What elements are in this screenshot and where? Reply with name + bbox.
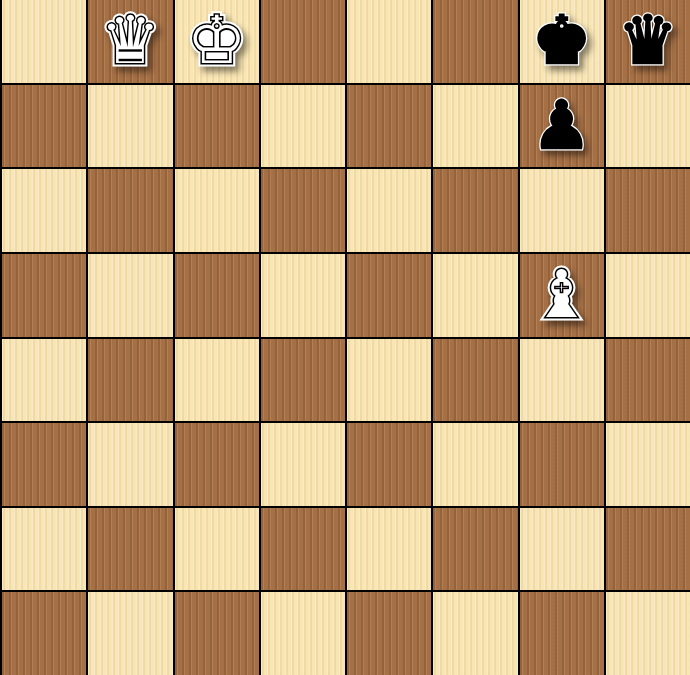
king-glyph: ♚ [520, 0, 604, 83]
square-a4[interactable] [2, 339, 86, 422]
square-g8[interactable]: ♚♚♚ [520, 0, 604, 83]
square-h7[interactable] [606, 85, 690, 168]
black-pawn[interactable]: ♟♟♟ [520, 85, 604, 168]
queen-glyph: ♛ [606, 0, 690, 83]
white-king[interactable]: ♚♚♚ [175, 0, 259, 83]
square-d3[interactable] [261, 423, 345, 506]
pawn-glyph: ♟ [520, 85, 604, 168]
queen-glyph: ♛ [606, 0, 690, 83]
square-e2[interactable] [347, 508, 431, 591]
square-a6[interactable] [2, 169, 86, 252]
black-king[interactable]: ♚♚♚ [520, 0, 604, 83]
king-glyph: ♚ [175, 0, 259, 83]
square-e6[interactable] [347, 169, 431, 252]
square-c2[interactable] [175, 508, 259, 591]
queen-glyph: ♛ [88, 0, 172, 83]
square-b4[interactable] [88, 339, 172, 422]
bishop-glyph: ♝ [520, 254, 604, 337]
square-d7[interactable] [261, 85, 345, 168]
square-f2[interactable] [433, 508, 517, 591]
square-c1[interactable] [175, 592, 259, 675]
white-queen[interactable]: ♛♛♛ [88, 0, 172, 83]
square-f1[interactable] [433, 592, 517, 675]
square-g2[interactable] [520, 508, 604, 591]
king-glyph: ♚ [175, 0, 259, 83]
square-b7[interactable] [88, 85, 172, 168]
black-queen[interactable]: ♛♛♛ [606, 0, 690, 83]
square-d8[interactable] [261, 0, 345, 83]
square-g6[interactable] [520, 169, 604, 252]
square-c8[interactable]: ♚♚♚ [175, 0, 259, 83]
square-a8[interactable] [2, 0, 86, 83]
pawn-glyph: ♟ [520, 85, 604, 168]
square-c5[interactable] [175, 254, 259, 337]
square-g4[interactable] [520, 339, 604, 422]
square-g3[interactable] [520, 423, 604, 506]
square-f6[interactable] [433, 169, 517, 252]
chess-board: ♛♛♛♚♚♚♚♚♚♛♛♛♟♟♟♝♝♝ [0, 0, 690, 675]
square-f3[interactable] [433, 423, 517, 506]
square-b3[interactable] [88, 423, 172, 506]
square-e4[interactable] [347, 339, 431, 422]
square-a7[interactable] [2, 85, 86, 168]
square-b1[interactable] [88, 592, 172, 675]
bishop-glyph: ♝ [520, 254, 604, 337]
square-c3[interactable] [175, 423, 259, 506]
square-a3[interactable] [2, 423, 86, 506]
square-h2[interactable] [606, 508, 690, 591]
square-d1[interactable] [261, 592, 345, 675]
square-h1[interactable] [606, 592, 690, 675]
square-e8[interactable] [347, 0, 431, 83]
square-h8[interactable]: ♛♛♛ [606, 0, 690, 83]
square-b6[interactable] [88, 169, 172, 252]
square-e3[interactable] [347, 423, 431, 506]
king-glyph: ♚ [520, 0, 604, 83]
square-h6[interactable] [606, 169, 690, 252]
king-glyph: ♚ [520, 0, 604, 83]
square-d2[interactable] [261, 508, 345, 591]
square-d5[interactable] [261, 254, 345, 337]
square-c7[interactable] [175, 85, 259, 168]
square-a2[interactable] [2, 508, 86, 591]
square-c6[interactable] [175, 169, 259, 252]
white-bishop[interactable]: ♝♝♝ [520, 254, 604, 337]
queen-glyph: ♛ [88, 0, 172, 83]
square-h3[interactable] [606, 423, 690, 506]
square-h4[interactable] [606, 339, 690, 422]
square-g7[interactable]: ♟♟♟ [520, 85, 604, 168]
square-a5[interactable] [2, 254, 86, 337]
square-b5[interactable] [88, 254, 172, 337]
square-d4[interactable] [261, 339, 345, 422]
king-glyph: ♚ [175, 0, 259, 83]
square-e7[interactable] [347, 85, 431, 168]
queen-glyph: ♛ [88, 0, 172, 83]
square-a1[interactable] [2, 592, 86, 675]
square-b8[interactable]: ♛♛♛ [88, 0, 172, 83]
square-f5[interactable] [433, 254, 517, 337]
pawn-glyph: ♟ [520, 85, 604, 168]
square-g5[interactable]: ♝♝♝ [520, 254, 604, 337]
square-d6[interactable] [261, 169, 345, 252]
square-b2[interactable] [88, 508, 172, 591]
queen-glyph: ♛ [606, 0, 690, 83]
square-f8[interactable] [433, 0, 517, 83]
square-f7[interactable] [433, 85, 517, 168]
square-h5[interactable] [606, 254, 690, 337]
bishop-glyph: ♝ [520, 254, 604, 337]
square-g1[interactable] [520, 592, 604, 675]
square-e1[interactable] [347, 592, 431, 675]
square-c4[interactable] [175, 339, 259, 422]
square-e5[interactable] [347, 254, 431, 337]
square-f4[interactable] [433, 339, 517, 422]
